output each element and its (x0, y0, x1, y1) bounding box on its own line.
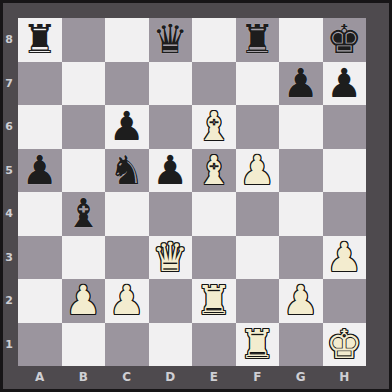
square-c1[interactable] (105, 323, 149, 367)
square-d2[interactable] (149, 279, 193, 323)
square-c5[interactable]: ♞ (105, 149, 149, 193)
square-f5[interactable]: ♟ (236, 149, 280, 193)
square-f7[interactable] (236, 62, 280, 106)
square-g8[interactable] (279, 18, 323, 62)
square-a7[interactable] (18, 62, 62, 106)
square-h2[interactable] (323, 279, 367, 323)
square-h6[interactable] (323, 105, 367, 149)
square-d8[interactable]: ♛ (149, 18, 193, 62)
square-a8[interactable]: ♜ (18, 18, 62, 62)
square-d6[interactable] (149, 105, 193, 149)
square-g3[interactable] (279, 236, 323, 280)
square-c3[interactable] (105, 236, 149, 280)
black-queen[interactable]: ♛ (152, 18, 188, 62)
black-knight[interactable]: ♞ (109, 149, 145, 193)
black-pawn[interactable]: ♟ (22, 149, 58, 193)
file-label-d: D (149, 366, 193, 392)
square-d7[interactable] (149, 62, 193, 106)
square-d3[interactable]: ♛ (149, 236, 193, 280)
file-label-b: B (62, 366, 106, 392)
file-label-a: A (18, 366, 62, 392)
square-b8[interactable] (62, 18, 106, 62)
square-d1[interactable] (149, 323, 193, 367)
square-h3[interactable]: ♟ (323, 236, 367, 280)
file-label-f: F (236, 366, 280, 392)
file-label-h: H (323, 366, 367, 392)
square-f2[interactable] (236, 279, 280, 323)
white-pawn[interactable]: ♟ (283, 279, 319, 323)
file-label-c: C (105, 366, 149, 392)
rank-label-6: 6 (0, 105, 18, 149)
board-frame: 87654321 ♜♛♜♚♟♟♟♝♟♞♟♝♟♝♛♟♟♟♜♟♜♚ ABCDEFGH (0, 0, 392, 392)
rank-label-5: 5 (0, 149, 18, 193)
black-pawn[interactable]: ♟ (152, 149, 188, 193)
file-label-e: E (192, 366, 236, 392)
white-rook[interactable]: ♜ (196, 279, 232, 323)
white-king[interactable]: ♚ (326, 323, 362, 367)
square-e5[interactable]: ♝ (192, 149, 236, 193)
white-pawn[interactable]: ♟ (239, 149, 275, 193)
square-g7[interactable]: ♟ (279, 62, 323, 106)
square-d5[interactable]: ♟ (149, 149, 193, 193)
rank-labels: 87654321 (0, 18, 18, 366)
square-c4[interactable] (105, 192, 149, 236)
square-a4[interactable] (18, 192, 62, 236)
square-g6[interactable] (279, 105, 323, 149)
file-label-g: G (279, 366, 323, 392)
white-rook[interactable]: ♜ (239, 323, 275, 367)
square-a6[interactable] (18, 105, 62, 149)
rank-label-2: 2 (0, 279, 18, 323)
rank-label-1: 1 (0, 323, 18, 367)
square-f4[interactable] (236, 192, 280, 236)
square-b4[interactable]: ♝ (62, 192, 106, 236)
square-c7[interactable] (105, 62, 149, 106)
square-g5[interactable] (279, 149, 323, 193)
black-pawn[interactable]: ♟ (109, 105, 145, 149)
square-h4[interactable] (323, 192, 367, 236)
square-b6[interactable] (62, 105, 106, 149)
black-rook[interactable]: ♜ (239, 18, 275, 62)
square-c2[interactable]: ♟ (105, 279, 149, 323)
square-e2[interactable]: ♜ (192, 279, 236, 323)
white-queen[interactable]: ♛ (152, 236, 188, 280)
white-pawn[interactable]: ♟ (65, 279, 101, 323)
square-b2[interactable]: ♟ (62, 279, 106, 323)
square-a5[interactable]: ♟ (18, 149, 62, 193)
square-f1[interactable]: ♜ (236, 323, 280, 367)
chess-board: ♜♛♜♚♟♟♟♝♟♞♟♝♟♝♛♟♟♟♜♟♜♚ (18, 18, 366, 366)
square-b5[interactable] (62, 149, 106, 193)
rank-label-8: 8 (0, 18, 18, 62)
square-g1[interactable] (279, 323, 323, 367)
square-b7[interactable] (62, 62, 106, 106)
square-h5[interactable] (323, 149, 367, 193)
white-bishop[interactable]: ♝ (196, 105, 232, 149)
square-a3[interactable] (18, 236, 62, 280)
black-pawn[interactable]: ♟ (326, 62, 362, 106)
white-pawn[interactable]: ♟ (109, 279, 145, 323)
square-e6[interactable]: ♝ (192, 105, 236, 149)
square-a1[interactable] (18, 323, 62, 367)
square-h7[interactable]: ♟ (323, 62, 367, 106)
square-a2[interactable] (18, 279, 62, 323)
square-e8[interactable] (192, 18, 236, 62)
square-d4[interactable] (149, 192, 193, 236)
square-f8[interactable]: ♜ (236, 18, 280, 62)
square-f6[interactable] (236, 105, 280, 149)
square-e4[interactable] (192, 192, 236, 236)
black-king[interactable]: ♚ (326, 18, 362, 62)
square-h1[interactable]: ♚ (323, 323, 367, 367)
square-b1[interactable] (62, 323, 106, 367)
file-labels: ABCDEFGH (18, 366, 366, 392)
black-bishop[interactable]: ♝ (65, 192, 101, 236)
square-h8[interactable]: ♚ (323, 18, 367, 62)
square-c6[interactable]: ♟ (105, 105, 149, 149)
white-pawn[interactable]: ♟ (326, 236, 362, 280)
rank-label-4: 4 (0, 192, 18, 236)
square-e1[interactable] (192, 323, 236, 367)
square-f3[interactable] (236, 236, 280, 280)
square-b3[interactable] (62, 236, 106, 280)
square-e3[interactable] (192, 236, 236, 280)
square-e7[interactable] (192, 62, 236, 106)
square-g2[interactable]: ♟ (279, 279, 323, 323)
rank-label-3: 3 (0, 236, 18, 280)
black-rook[interactable]: ♜ (22, 18, 58, 62)
square-c8[interactable] (105, 18, 149, 62)
square-g4[interactable] (279, 192, 323, 236)
black-pawn[interactable]: ♟ (283, 62, 319, 106)
white-bishop[interactable]: ♝ (196, 149, 232, 193)
rank-label-7: 7 (0, 62, 18, 106)
